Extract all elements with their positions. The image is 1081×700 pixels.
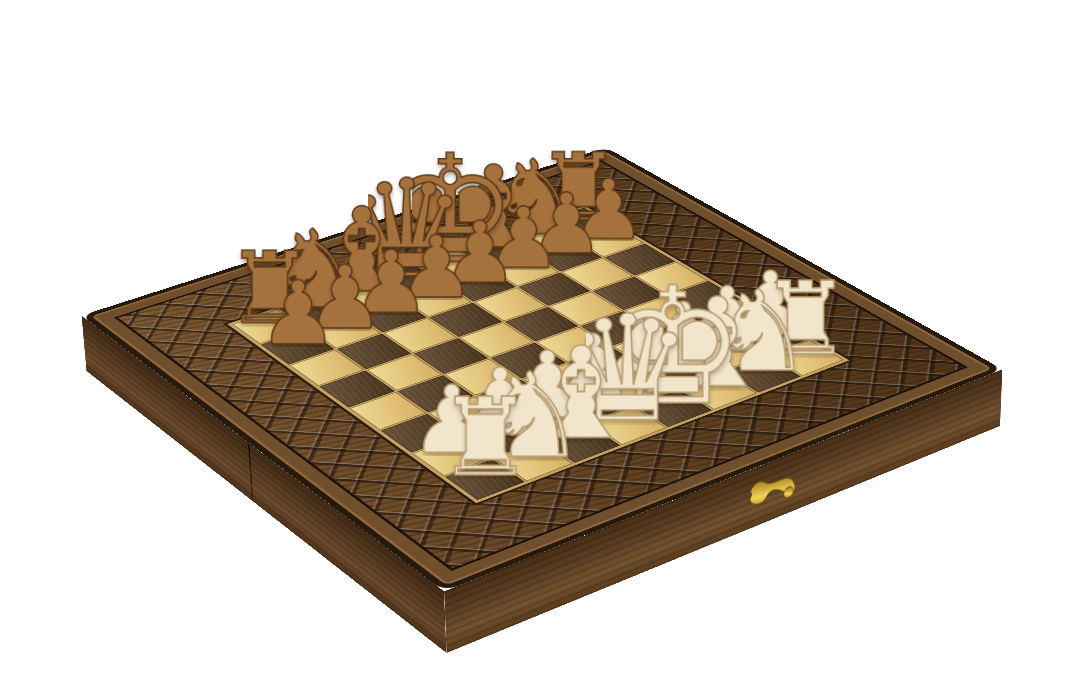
white-rook[interactable]: ♜ <box>442 371 528 479</box>
pieces-layer: ♜♞♝♛♚♝♞♜♟♟♟♟♟♟♟♟♟♟♟♟♟♟♟♟♜♞♝♛♚♝♞♜ <box>232 208 843 500</box>
brown-pawn[interactable]: ♟ <box>258 259 338 347</box>
chess-box: ♜♞♝♛♚♝♞♜♟♟♟♟♟♟♟♟♟♟♟♟♟♟♟♟♜♞♝♛♚♝♞♜ <box>205 12 865 672</box>
hinge-seam <box>248 442 254 502</box>
carved-frame: ♜♞♝♛♚♝♞♜♟♟♟♟♟♟♟♟♟♟♟♟♟♟♟♟♜♞♝♛♚♝♞♜ <box>81 147 1002 591</box>
clasp-icon <box>746 460 801 522</box>
scene: ♜♞♝♛♚♝♞♜♟♟♟♟♟♟♟♟♟♟♟♟♟♟♟♟♜♞♝♛♚♝♞♜ <box>0 0 1081 700</box>
piece-glyph: ♜ <box>437 384 534 492</box>
piece-glyph: ♟ <box>259 269 338 357</box>
